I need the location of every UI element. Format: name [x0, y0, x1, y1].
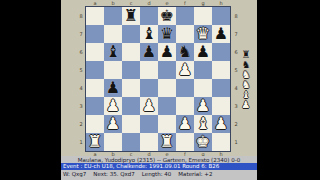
square-b1[interactable]	[104, 133, 122, 151]
status-item: W: Qxg7	[63, 171, 86, 177]
event-info-bar[interactable]: Event : EU-ch U18, Chalkende: 1991.09.01…	[61, 163, 257, 170]
square-d6[interactable]: ♟	[140, 43, 158, 61]
square-c7[interactable]	[122, 25, 140, 43]
square-d3[interactable]: ♟	[140, 97, 158, 115]
square-e8[interactable]: ♚	[158, 7, 176, 25]
coord-label-7: 7	[233, 25, 239, 43]
square-c4[interactable]	[122, 79, 140, 97]
square-c1[interactable]	[122, 133, 140, 151]
square-e1[interactable]: ♜	[158, 133, 176, 151]
piece-wK-g1: ♚	[196, 133, 210, 151]
piece-wP-d3: ♟	[142, 97, 156, 115]
square-e3[interactable]	[158, 97, 176, 115]
square-h6[interactable]	[212, 43, 230, 61]
square-e6[interactable]: ♟	[158, 43, 176, 61]
square-h5[interactable]	[212, 61, 230, 79]
square-g4[interactable]	[194, 79, 212, 97]
square-b3[interactable]: ♟	[104, 97, 122, 115]
square-g8[interactable]	[194, 7, 212, 25]
coord-label-4: 4	[78, 79, 84, 97]
piece-wQ-g7: ♛	[196, 25, 210, 43]
piece-bP-b4: ♟	[106, 79, 120, 97]
square-f7[interactable]	[176, 25, 194, 43]
square-a3[interactable]	[86, 97, 104, 115]
square-f6[interactable]: ♞	[176, 43, 194, 61]
piece-wP-f5: ♟	[178, 61, 192, 79]
square-d5[interactable]	[140, 61, 158, 79]
status-line: W: Qxg7Next: 35. Qxd7Length: 40Material:…	[61, 171, 257, 177]
piece-wR-a1: ♜	[88, 133, 102, 151]
piece-wP-b2: ♟	[106, 115, 120, 133]
status-item: Next: 35. Qxd7	[93, 171, 134, 177]
square-d8[interactable]	[140, 7, 158, 25]
square-a5[interactable]	[86, 61, 104, 79]
piece-bK-e8: ♚	[160, 7, 174, 25]
coord-label-8: 8	[78, 7, 84, 25]
coord-label-3: 3	[78, 97, 84, 115]
coord-label-7: 7	[78, 25, 84, 43]
coord-label-1: 1	[233, 133, 239, 151]
piece-bP-d6: ♟	[142, 43, 156, 61]
square-a4[interactable]	[86, 79, 104, 97]
square-f2[interactable]: ♟	[176, 115, 194, 133]
square-e5[interactable]	[158, 61, 176, 79]
square-g7[interactable]: ♛	[194, 25, 212, 43]
coord-label-2: 2	[78, 115, 84, 133]
piece-bP-e6: ♟	[160, 43, 174, 61]
square-e2[interactable]	[158, 115, 176, 133]
piece-wP-h2: ♟	[214, 115, 228, 133]
square-h4[interactable]	[212, 79, 230, 97]
square-a2[interactable]	[86, 115, 104, 133]
square-d1[interactable]	[140, 133, 158, 151]
chess-board[interactable]: ♜♚♝♛♛♟♝♟♟♞♟♟♟♟♟♟♟♟♝♟♜♜♚	[85, 6, 231, 152]
square-b7[interactable]	[104, 25, 122, 43]
square-h7[interactable]: ♟	[212, 25, 230, 43]
square-f3[interactable]	[176, 97, 194, 115]
piece-wP-g3: ♟	[196, 97, 210, 115]
coord-label-2: 2	[233, 115, 239, 133]
piece-bB-b6: ♝	[106, 43, 120, 61]
square-g3[interactable]: ♟	[194, 97, 212, 115]
piece-bP-h7: ♟	[214, 25, 228, 43]
square-c8[interactable]: ♜	[122, 7, 140, 25]
square-c5[interactable]	[122, 61, 140, 79]
square-d4[interactable]	[140, 79, 158, 97]
captured-tray: ♜♞♞♞♝♟	[239, 50, 253, 110]
square-c2[interactable]	[122, 115, 140, 133]
square-d7[interactable]: ♝	[140, 25, 158, 43]
coord-label-5: 5	[78, 61, 84, 79]
square-h2[interactable]: ♟	[212, 115, 230, 133]
square-a1[interactable]: ♜	[86, 133, 104, 151]
square-f8[interactable]	[176, 7, 194, 25]
square-h8[interactable]	[212, 7, 230, 25]
piece-bP-g6: ♟	[196, 43, 210, 61]
square-b5[interactable]	[104, 61, 122, 79]
piece-bR-c8: ♜	[124, 7, 138, 25]
square-f5[interactable]: ♟	[176, 61, 194, 79]
square-c3[interactable]	[122, 97, 140, 115]
square-a7[interactable]	[86, 25, 104, 43]
square-d2[interactable]	[140, 115, 158, 133]
square-g2[interactable]: ♝	[194, 115, 212, 133]
piece-bQ-e7: ♛	[160, 25, 174, 43]
square-b6[interactable]: ♝	[104, 43, 122, 61]
piece-wR-e1: ♜	[160, 133, 174, 151]
coord-label-6: 6	[78, 43, 84, 61]
coord-label-8: 8	[233, 7, 239, 25]
square-h3[interactable]	[212, 97, 230, 115]
square-g6[interactable]: ♟	[194, 43, 212, 61]
square-b2[interactable]: ♟	[104, 115, 122, 133]
square-b4[interactable]: ♟	[104, 79, 122, 97]
piece-wB-g2: ♝	[196, 115, 210, 133]
square-c6[interactable]	[122, 43, 140, 61]
status-item: Material: +2	[178, 171, 212, 177]
square-g1[interactable]: ♚	[194, 133, 212, 151]
square-a8[interactable]	[86, 7, 104, 25]
square-g5[interactable]	[194, 61, 212, 79]
piece-bB-d7: ♝	[142, 25, 156, 43]
square-a6[interactable]	[86, 43, 104, 61]
rank-labels-left: 87654321	[78, 7, 84, 151]
square-f4[interactable]	[176, 79, 194, 97]
square-h1[interactable]	[212, 133, 230, 151]
captured-piece-wP: ♟	[242, 100, 251, 110]
square-e4[interactable]	[158, 79, 176, 97]
piece-wP-f2: ♟	[178, 115, 192, 133]
piece-bN-f6: ♞	[178, 43, 192, 61]
piece-wP-b3: ♟	[106, 97, 120, 115]
status-item: Length: 40	[142, 171, 172, 177]
square-e7[interactable]: ♛	[158, 25, 176, 43]
square-b8[interactable]	[104, 7, 122, 25]
app-window: abcdefgh 87654321 87654321 abcdefgh ♜♚♝♛…	[0, 0, 320, 180]
chess-panel: abcdefgh 87654321 87654321 abcdefgh ♜♚♝♛…	[61, 0, 257, 180]
square-f1[interactable]	[176, 133, 194, 151]
coord-label-1: 1	[78, 133, 84, 151]
